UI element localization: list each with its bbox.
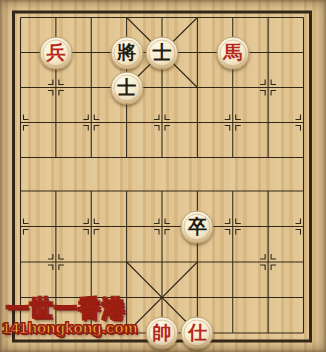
piece-red-horse[interactable]: 馬 <box>216 36 249 69</box>
piece-glyph: 將 <box>117 42 136 61</box>
piece-red-advisor[interactable]: 仕 <box>181 317 214 350</box>
piece-glyph: 仕 <box>188 323 207 342</box>
piece-glyph: 卒 <box>188 216 207 235</box>
piece-glyph: 士 <box>153 42 172 61</box>
piece-black-soldier[interactable]: 卒 <box>181 210 214 243</box>
piece-black-advisor[interactable]: 士 <box>146 36 179 69</box>
piece-black-advisor[interactable]: 士 <box>110 71 143 104</box>
piece-glyph: 士 <box>117 77 136 96</box>
piece-glyph: 兵 <box>46 42 65 61</box>
piece-black-general[interactable]: 將 <box>110 36 143 69</box>
xiangqi-app-screen: 兵將士馬士卒帥仕 一世一香港 141hongkong.com <box>0 0 326 352</box>
piece-glyph: 帥 <box>153 323 172 342</box>
piece-red-general[interactable]: 帥 <box>146 317 179 350</box>
piece-red-soldier[interactable]: 兵 <box>39 36 72 69</box>
piece-glyph: 馬 <box>223 42 242 61</box>
